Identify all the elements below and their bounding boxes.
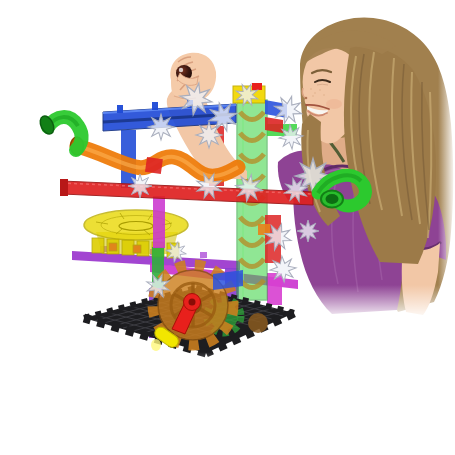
cheek-blush [326,99,342,109]
crank-handle-end [151,339,161,351]
brown-gear [248,313,268,333]
fade-bottom [0,352,455,455]
clear-gear-icon [148,114,174,140]
girl-nostril [305,97,308,100]
crank-pivot-center [189,299,196,306]
red-track-endcap [60,179,68,196]
green-chute-right-hole [326,194,339,204]
fade-right-edge [438,40,455,290]
magenta-post [267,273,282,305]
photo-canvas [0,0,455,455]
orange-red-connector [145,157,163,174]
fade-bottom-right [298,285,455,335]
clear-gear-icon [297,220,319,242]
marble-highlight [179,68,183,72]
magenta-post-upper [153,196,165,248]
tower-cap-red-tip [252,83,262,90]
product-photo [0,0,455,455]
clear-gear-icon [128,174,152,198]
